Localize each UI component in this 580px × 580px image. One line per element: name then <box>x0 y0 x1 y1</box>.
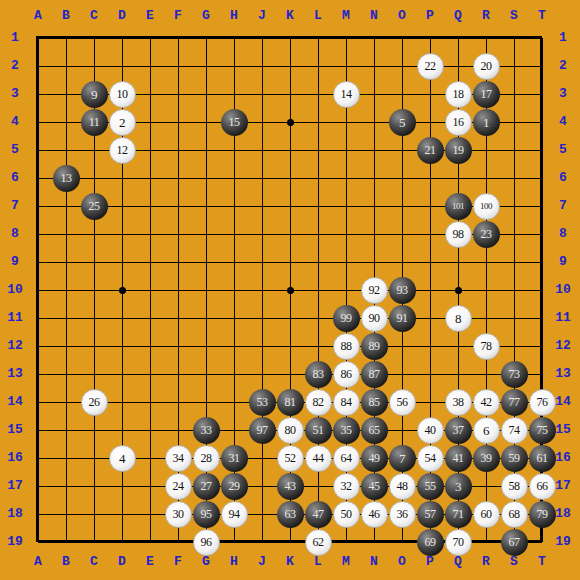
black-stone[interactable]: 67 <box>501 529 528 556</box>
white-stone[interactable]: 78 <box>473 333 500 360</box>
black-stone[interactable]: 35 <box>333 417 360 444</box>
move-number: 49 <box>369 452 380 464</box>
move-number: 56 <box>397 396 408 408</box>
white-stone[interactable]: 92 <box>361 277 388 304</box>
black-stone[interactable]: 31 <box>221 445 248 472</box>
col-label-bottom: G <box>192 554 220 570</box>
black-stone[interactable]: 21 <box>417 137 444 164</box>
col-label-bottom: N <box>360 554 388 570</box>
col-label-top: O <box>388 8 416 24</box>
black-stone[interactable]: 15 <box>221 109 248 136</box>
move-number: 98 <box>453 228 464 240</box>
black-stone[interactable]: 75 <box>529 417 556 444</box>
move-number: 1 <box>483 116 489 129</box>
white-stone[interactable]: 2 <box>109 109 136 136</box>
go-board-app: AABBCCDDEEFFGGHHJJKKLLMMNNOOPPQQRRSSTT11… <box>0 0 580 580</box>
move-number: 99 <box>341 312 352 324</box>
col-label-top: H <box>220 8 248 24</box>
white-stone[interactable]: 4 <box>109 445 136 472</box>
col-label-bottom: L <box>304 554 332 570</box>
move-number: 97 <box>257 424 268 436</box>
col-label-top: L <box>304 8 332 24</box>
white-stone[interactable]: 18 <box>445 81 472 108</box>
black-stone[interactable]: 11 <box>81 109 108 136</box>
move-number: 88 <box>341 340 352 352</box>
white-stone[interactable]: 44 <box>305 445 332 472</box>
move-number: 67 <box>509 536 520 548</box>
white-stone[interactable]: 54 <box>417 445 444 472</box>
move-number: 10 <box>117 88 128 100</box>
move-number: 23 <box>481 228 492 240</box>
col-label-bottom: S <box>500 554 528 570</box>
white-stone[interactable]: 22 <box>417 53 444 80</box>
black-stone[interactable]: 37 <box>445 417 472 444</box>
white-stone[interactable]: 16 <box>445 109 472 136</box>
move-number: 45 <box>369 480 380 492</box>
white-stone[interactable]: 20 <box>473 53 500 80</box>
col-label-top: T <box>528 8 556 24</box>
col-label-top: G <box>192 8 220 24</box>
move-number: 60 <box>481 508 492 520</box>
col-label-top: R <box>472 8 500 24</box>
black-stone[interactable]: 63 <box>277 501 304 528</box>
move-number: 25 <box>89 200 100 212</box>
move-number: 91 <box>397 312 408 324</box>
move-number: 51 <box>313 424 324 436</box>
move-number: 55 <box>425 480 436 492</box>
move-number: 2 <box>119 116 125 129</box>
white-stone[interactable]: 88 <box>333 333 360 360</box>
black-stone[interactable]: 73 <box>501 361 528 388</box>
white-stone[interactable]: 28 <box>193 445 220 472</box>
black-stone[interactable]: 5 <box>389 109 416 136</box>
black-stone[interactable]: 3 <box>445 473 472 500</box>
move-number: 3 <box>455 480 461 493</box>
move-number: 21 <box>425 144 436 156</box>
move-number: 41 <box>453 452 464 464</box>
white-stone[interactable]: 82 <box>305 389 332 416</box>
move-number: 89 <box>369 340 380 352</box>
white-stone[interactable]: 86 <box>333 361 360 388</box>
move-number: 22 <box>425 60 436 72</box>
move-number: 87 <box>369 368 380 380</box>
white-stone[interactable]: 94 <box>221 501 248 528</box>
black-stone[interactable]: 23 <box>473 221 500 248</box>
move-number: 43 <box>285 480 296 492</box>
white-stone[interactable]: 60 <box>473 501 500 528</box>
black-stone[interactable]: 89 <box>361 333 388 360</box>
white-stone[interactable]: 30 <box>165 501 192 528</box>
move-number: 36 <box>397 508 408 520</box>
col-label-bottom: D <box>108 554 136 570</box>
move-number: 86 <box>341 368 352 380</box>
black-stone[interactable]: 97 <box>249 417 276 444</box>
white-stone[interactable]: 8 <box>445 305 472 332</box>
col-label-top: A <box>24 8 52 24</box>
black-stone[interactable]: 19 <box>445 137 472 164</box>
white-stone[interactable]: 100 <box>473 193 500 220</box>
white-stone[interactable]: 68 <box>501 501 528 528</box>
white-stone[interactable]: 14 <box>333 81 360 108</box>
black-stone[interactable]: 87 <box>361 361 388 388</box>
black-stone[interactable]: 29 <box>221 473 248 500</box>
black-stone[interactable]: 71 <box>445 501 472 528</box>
move-number: 47 <box>313 508 324 520</box>
move-number: 71 <box>453 508 464 520</box>
move-number: 44 <box>313 452 324 464</box>
black-stone[interactable]: 81 <box>277 389 304 416</box>
black-stone[interactable]: 41 <box>445 445 472 472</box>
move-number: 34 <box>173 452 184 464</box>
col-label-top: K <box>276 8 304 24</box>
black-stone[interactable]: 59 <box>501 445 528 472</box>
col-label-top: E <box>136 8 164 24</box>
move-number: 33 <box>201 424 212 436</box>
white-stone[interactable]: 52 <box>277 445 304 472</box>
col-label-top: C <box>80 8 108 24</box>
col-label-bottom: J <box>248 554 276 570</box>
move-number: 80 <box>285 424 296 436</box>
move-number: 8 <box>455 312 461 325</box>
black-stone[interactable]: 13 <box>53 165 80 192</box>
white-stone[interactable]: 98 <box>445 221 472 248</box>
move-number: 64 <box>341 452 352 464</box>
move-number: 24 <box>173 480 184 492</box>
move-number: 30 <box>173 508 184 520</box>
move-number: 35 <box>341 424 352 436</box>
move-number: 76 <box>537 396 548 408</box>
move-number: 5 <box>399 116 405 129</box>
white-stone[interactable]: 48 <box>389 473 416 500</box>
black-stone[interactable]: 49 <box>361 445 388 472</box>
move-number: 48 <box>397 480 408 492</box>
black-stone[interactable]: 51 <box>305 417 332 444</box>
white-stone[interactable]: 66 <box>529 473 556 500</box>
black-stone[interactable]: 43 <box>277 473 304 500</box>
black-stone[interactable]: 69 <box>417 529 444 556</box>
col-label-bottom: K <box>276 554 304 570</box>
move-number: 38 <box>453 396 464 408</box>
move-number: 94 <box>229 508 240 520</box>
move-number: 93 <box>397 284 408 296</box>
move-number: 29 <box>229 480 240 492</box>
white-stone[interactable]: 58 <box>501 473 528 500</box>
move-number: 74 <box>509 424 520 436</box>
black-stone[interactable]: 53 <box>249 389 276 416</box>
col-label-top: B <box>52 8 80 24</box>
black-stone[interactable]: 47 <box>305 501 332 528</box>
col-label-bottom: R <box>472 554 500 570</box>
col-label-top: D <box>108 8 136 24</box>
move-number: 42 <box>481 396 492 408</box>
move-number: 68 <box>509 508 520 520</box>
white-stone[interactable]: 10 <box>109 81 136 108</box>
black-stone[interactable]: 77 <box>501 389 528 416</box>
white-stone[interactable]: 24 <box>165 473 192 500</box>
move-number: 96 <box>201 536 212 548</box>
white-stone[interactable]: 42 <box>473 389 500 416</box>
move-number: 16 <box>453 116 464 128</box>
move-number: 17 <box>481 88 492 100</box>
black-stone[interactable]: 25 <box>81 193 108 220</box>
move-number: 18 <box>453 88 464 100</box>
black-stone[interactable]: 17 <box>473 81 500 108</box>
black-stone[interactable]: 39 <box>473 445 500 472</box>
move-number: 37 <box>453 424 464 436</box>
black-stone[interactable]: 55 <box>417 473 444 500</box>
col-label-bottom: C <box>80 554 108 570</box>
move-number: 95 <box>201 508 212 520</box>
white-stone[interactable]: 26 <box>81 389 108 416</box>
move-number: 85 <box>369 396 380 408</box>
col-label-bottom: H <box>220 554 248 570</box>
move-number: 79 <box>537 508 548 520</box>
move-number: 101 <box>452 202 464 211</box>
black-stone[interactable]: 101 <box>445 193 472 220</box>
white-stone[interactable]: 50 <box>333 501 360 528</box>
black-stone[interactable]: 91 <box>389 305 416 332</box>
black-stone[interactable]: 83 <box>305 361 332 388</box>
white-stone[interactable]: 76 <box>529 389 556 416</box>
move-number: 46 <box>369 508 380 520</box>
white-stone[interactable]: 46 <box>361 501 388 528</box>
move-number: 70 <box>453 536 464 548</box>
move-number: 75 <box>537 424 548 436</box>
black-stone[interactable]: 57 <box>417 501 444 528</box>
move-number: 58 <box>509 480 520 492</box>
move-number: 26 <box>89 396 100 408</box>
black-stone[interactable]: 93 <box>389 277 416 304</box>
move-number: 66 <box>537 480 548 492</box>
move-number: 7 <box>399 452 405 465</box>
white-stone[interactable]: 56 <box>389 389 416 416</box>
black-stone[interactable]: 7 <box>389 445 416 472</box>
white-stone[interactable]: 84 <box>333 389 360 416</box>
move-number: 4 <box>119 452 125 465</box>
move-number: 81 <box>285 396 296 408</box>
move-number: 20 <box>481 60 492 72</box>
black-stone[interactable]: 95 <box>193 501 220 528</box>
move-number: 54 <box>425 452 436 464</box>
move-number: 9 <box>91 88 97 101</box>
move-number: 28 <box>201 452 212 464</box>
white-stone[interactable]: 32 <box>333 473 360 500</box>
col-label-bottom: P <box>416 554 444 570</box>
col-label-top: Q <box>444 8 472 24</box>
col-label-bottom: M <box>332 554 360 570</box>
move-number: 13 <box>61 172 72 184</box>
move-number: 69 <box>425 536 436 548</box>
move-number: 40 <box>425 424 436 436</box>
move-number: 32 <box>341 480 352 492</box>
col-label-bottom: Q <box>444 554 472 570</box>
move-number: 39 <box>481 452 492 464</box>
move-number: 83 <box>313 368 324 380</box>
white-stone[interactable]: 34 <box>165 445 192 472</box>
col-label-top: P <box>416 8 444 24</box>
white-stone[interactable]: 62 <box>305 529 332 556</box>
col-label-bottom: F <box>164 554 192 570</box>
col-label-bottom: E <box>136 554 164 570</box>
move-number: 11 <box>89 116 100 128</box>
stones-layer: 1234567891011121314151617181920212223242… <box>24 24 556 556</box>
move-number: 77 <box>509 396 520 408</box>
move-number: 12 <box>117 144 128 156</box>
move-number: 57 <box>425 508 436 520</box>
white-stone[interactable]: 6 <box>473 417 500 444</box>
black-stone[interactable]: 1 <box>473 109 500 136</box>
col-label-bottom: T <box>528 554 556 570</box>
white-stone[interactable]: 74 <box>501 417 528 444</box>
white-stone[interactable]: 36 <box>389 501 416 528</box>
white-stone[interactable]: 80 <box>277 417 304 444</box>
move-number: 90 <box>369 312 380 324</box>
move-number: 50 <box>341 508 352 520</box>
black-stone[interactable]: 85 <box>361 389 388 416</box>
move-number: 65 <box>369 424 380 436</box>
move-number: 82 <box>313 396 324 408</box>
move-number: 92 <box>369 284 380 296</box>
move-number: 78 <box>481 340 492 352</box>
move-number: 59 <box>509 452 520 464</box>
move-number: 73 <box>509 368 520 380</box>
col-label-top: S <box>500 8 528 24</box>
move-number: 62 <box>313 536 324 548</box>
move-number: 84 <box>341 396 352 408</box>
white-stone[interactable]: 40 <box>417 417 444 444</box>
col-label-bottom: A <box>24 554 52 570</box>
black-stone[interactable]: 99 <box>333 305 360 332</box>
white-stone[interactable]: 90 <box>361 305 388 332</box>
white-stone[interactable]: 96 <box>193 529 220 556</box>
col-label-bottom: O <box>388 554 416 570</box>
black-stone[interactable]: 65 <box>361 417 388 444</box>
move-number: 14 <box>341 88 352 100</box>
col-label-top: N <box>360 8 388 24</box>
black-stone[interactable]: 33 <box>193 417 220 444</box>
black-stone[interactable]: 79 <box>529 501 556 528</box>
move-number: 31 <box>229 452 240 464</box>
white-stone[interactable]: 12 <box>109 137 136 164</box>
move-number: 52 <box>285 452 296 464</box>
black-stone[interactable]: 9 <box>81 81 108 108</box>
white-stone[interactable]: 38 <box>445 389 472 416</box>
move-number: 53 <box>257 396 268 408</box>
black-stone[interactable]: 45 <box>361 473 388 500</box>
col-label-top: M <box>332 8 360 24</box>
col-label-top: J <box>248 8 276 24</box>
move-number: 100 <box>480 202 492 211</box>
col-label-bottom: B <box>52 554 80 570</box>
white-stone[interactable]: 70 <box>445 529 472 556</box>
black-stone[interactable]: 61 <box>529 445 556 472</box>
col-label-top: F <box>164 8 192 24</box>
move-number: 19 <box>453 144 464 156</box>
move-number: 27 <box>201 480 212 492</box>
white-stone[interactable]: 64 <box>333 445 360 472</box>
move-number: 61 <box>537 452 548 464</box>
move-number: 6 <box>483 424 489 437</box>
black-stone[interactable]: 27 <box>193 473 220 500</box>
move-number: 63 <box>285 508 296 520</box>
move-number: 15 <box>229 116 240 128</box>
